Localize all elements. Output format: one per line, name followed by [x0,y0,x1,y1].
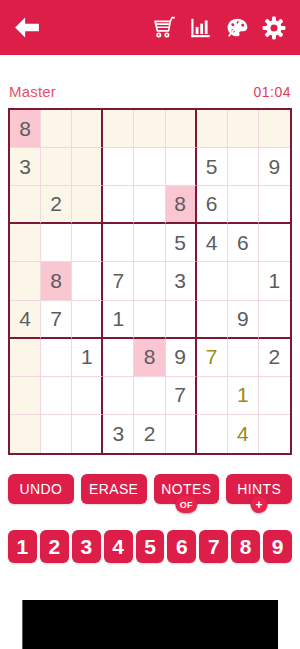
cell-r6c3[interactable] [72,301,103,339]
numpad-key-7[interactable]: 7 [199,530,228,563]
cell-r7c4[interactable] [103,339,134,377]
cell-r7c6[interactable]: 9 [166,339,197,377]
cell-r2c9[interactable]: 9 [259,148,290,186]
control-bar: UNDO ERASE NOTES OF HINTS + [8,474,292,504]
cell-r3c2[interactable]: 2 [41,186,72,224]
cell-r7c1[interactable] [10,339,41,377]
notes-label: NOTES [161,481,211,497]
cell-r9c8[interactable]: 4 [228,415,259,453]
cell-r5c7[interactable] [197,262,228,300]
back-arrow-icon [12,13,42,43]
cell-r4c5[interactable] [134,224,165,262]
cell-r2c3[interactable] [72,148,103,186]
cell-r8c8[interactable]: 1 [228,377,259,415]
cell-r9c4[interactable]: 3 [103,415,134,453]
erase-label: ERASE [89,481,138,497]
cell-r2c8[interactable] [228,148,259,186]
cell-r6c6[interactable] [166,301,197,339]
cell-r2c4[interactable] [103,148,134,186]
cell-r6c4[interactable]: 1 [103,301,134,339]
cell-r3c8[interactable] [228,186,259,224]
cell-r7c7[interactable]: 7 [197,339,228,377]
cell-r4c8[interactable]: 6 [228,224,259,262]
cell-r1c2[interactable] [41,110,72,148]
statistics-button[interactable] [186,14,214,42]
cell-r4c6[interactable]: 5 [166,224,197,262]
cell-r7c9[interactable]: 2 [259,339,290,377]
cell-r8c3[interactable] [72,377,103,415]
cell-r4c4[interactable] [103,224,134,262]
cell-r7c2[interactable] [41,339,72,377]
cell-r8c4[interactable] [103,377,134,415]
back-button[interactable] [12,13,42,43]
notes-status-badge: OF [176,496,197,513]
numpad-key-6[interactable]: 6 [167,530,196,563]
cell-r1c1[interactable]: 8 [10,110,41,148]
shop-button[interactable] [149,14,177,42]
cell-r5c9[interactable]: 1 [259,262,290,300]
cell-r5c3[interactable] [72,262,103,300]
cart-icon [150,14,177,41]
cell-r6c9[interactable] [259,301,290,339]
cell-r1c5[interactable] [134,110,165,148]
cell-r5c4[interactable]: 7 [103,262,134,300]
cell-r8c9[interactable] [259,377,290,415]
cell-r1c3[interactable] [72,110,103,148]
cell-r2c1[interactable]: 3 [10,148,41,186]
cell-r2c5[interactable] [134,148,165,186]
sudoku-grid: 8359286546873147191897271324 [8,108,292,455]
ad-banner[interactable] [22,600,278,649]
cell-r9c2[interactable] [41,415,72,453]
cell-r3c7[interactable]: 6 [197,186,228,224]
cell-r1c4[interactable] [103,110,134,148]
top-bar [0,0,300,55]
cell-r4c1[interactable] [10,224,41,262]
cell-r9c3[interactable] [72,415,103,453]
game-info-bar: Master 01:04 [9,81,291,102]
notes-button[interactable]: NOTES OF [154,474,220,504]
cell-r2c6[interactable] [166,148,197,186]
cell-r9c1[interactable] [10,415,41,453]
numpad-key-3[interactable]: 3 [72,530,101,563]
cell-r7c5[interactable]: 8 [134,339,165,377]
numpad-key-1[interactable]: 1 [8,530,37,563]
cell-r9c6[interactable] [166,415,197,453]
cell-r3c3[interactable] [72,186,103,224]
cell-r1c9[interactable] [259,110,290,148]
difficulty-label: Master [9,83,56,100]
cell-r5c8[interactable] [228,262,259,300]
cell-r1c8[interactable] [228,110,259,148]
cell-r3c9[interactable] [259,186,290,224]
cell-r5c5[interactable] [134,262,165,300]
cell-r9c9[interactable] [259,415,290,453]
numpad: 123456789 [8,530,292,563]
numpad-key-4[interactable]: 4 [104,530,133,563]
cell-r4c7[interactable]: 4 [197,224,228,262]
bar-chart-icon [187,15,213,41]
cell-r1c6[interactable] [166,110,197,148]
hints-button[interactable]: HINTS + [226,474,292,504]
cell-r4c9[interactable] [259,224,290,262]
cell-r6c8[interactable]: 9 [228,301,259,339]
undo-button[interactable]: UNDO [8,474,74,504]
numpad-key-8[interactable]: 8 [231,530,260,563]
cell-r3c6[interactable]: 8 [166,186,197,224]
cell-r3c1[interactable] [10,186,41,224]
cell-r8c6[interactable]: 7 [166,377,197,415]
cell-r8c1[interactable] [10,377,41,415]
cell-r6c2[interactable]: 7 [41,301,72,339]
cell-r5c6[interactable]: 3 [166,262,197,300]
cell-r8c7[interactable] [197,377,228,415]
cell-r4c2[interactable] [41,224,72,262]
cell-r3c5[interactable] [134,186,165,224]
gear-icon [260,14,288,42]
palette-icon [225,15,250,40]
cell-r6c5[interactable] [134,301,165,339]
cell-r9c7[interactable] [197,415,228,453]
numpad-key-9[interactable]: 9 [263,530,292,563]
cell-r4c3[interactable] [72,224,103,262]
cell-r3c4[interactable] [103,186,134,224]
cell-r8c2[interactable] [41,377,72,415]
cell-r5c2[interactable]: 8 [41,262,72,300]
settings-button[interactable] [260,14,288,42]
undo-label: UNDO [19,481,62,497]
theme-button[interactable] [223,14,251,42]
cell-r8c5[interactable] [134,377,165,415]
cell-r5c1[interactable] [10,262,41,300]
hints-plus-badge: + [251,496,268,513]
cell-r7c8[interactable] [228,339,259,377]
hints-label: HINTS [237,481,281,497]
cell-r9c5[interactable]: 2 [134,415,165,453]
numpad-key-5[interactable]: 5 [136,530,165,563]
cell-r6c1[interactable]: 4 [10,301,41,339]
numpad-key-2[interactable]: 2 [40,530,69,563]
cell-r7c3[interactable]: 1 [72,339,103,377]
cell-r1c7[interactable] [197,110,228,148]
cell-r2c7[interactable]: 5 [197,148,228,186]
cell-r2c2[interactable] [41,148,72,186]
cell-r6c7[interactable] [197,301,228,339]
timer: 01:04 [253,84,291,100]
erase-button[interactable]: ERASE [81,474,147,504]
